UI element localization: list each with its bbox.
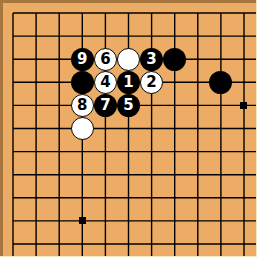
black-stone-disc: 9 (71, 48, 94, 71)
black-stone-disc: 3 (140, 48, 163, 71)
white-stone: 2 (140, 71, 163, 94)
move-number: 2 (146, 75, 156, 90)
move-number: 1 (123, 75, 133, 90)
black-stone-disc (71, 71, 94, 94)
hoshi-point (71, 209, 94, 232)
move-number: 5 (123, 98, 133, 113)
hoshi-square-icon (79, 217, 86, 224)
goban: 963412875 (1, 1, 255, 255)
white-stone (71, 117, 94, 140)
white-stone-disc: 4 (94, 71, 117, 94)
black-stone (209, 71, 232, 94)
black-stone: 7 (94, 94, 117, 117)
white-stone (117, 48, 140, 71)
move-number: 9 (77, 52, 87, 67)
white-stone-disc: 8 (71, 94, 94, 117)
white-stone-disc: 6 (94, 48, 117, 71)
hoshi-square-icon (240, 102, 247, 109)
black-stone-disc: 1 (117, 71, 140, 94)
white-stone: 8 (71, 94, 94, 117)
board-frame-top (0, 0, 257, 3)
move-number: 3 (146, 52, 156, 67)
move-number: 4 (100, 75, 110, 90)
hoshi-point (232, 94, 255, 117)
black-stone-disc: 5 (117, 94, 140, 117)
move-number: 7 (100, 98, 110, 113)
board-frame-left (0, 0, 3, 257)
black-stone (163, 48, 186, 71)
black-stone-disc (209, 71, 232, 94)
white-stone-disc: 2 (140, 71, 163, 94)
black-stone (71, 71, 94, 94)
white-stone: 6 (94, 48, 117, 71)
black-stone: 1 (117, 71, 140, 94)
white-stone-disc (117, 48, 140, 71)
move-number: 6 (100, 52, 110, 67)
black-stone: 9 (71, 48, 94, 71)
crop-edge-right (256, 0, 257, 257)
black-stone: 5 (117, 94, 140, 117)
black-stone: 3 (140, 48, 163, 71)
white-stone: 4 (94, 71, 117, 94)
black-stone-disc: 7 (94, 94, 117, 117)
white-stone-disc (71, 117, 94, 140)
black-stone-disc (163, 48, 186, 71)
go-diagram: 963412875 (0, 0, 257, 257)
move-number: 8 (77, 98, 87, 113)
